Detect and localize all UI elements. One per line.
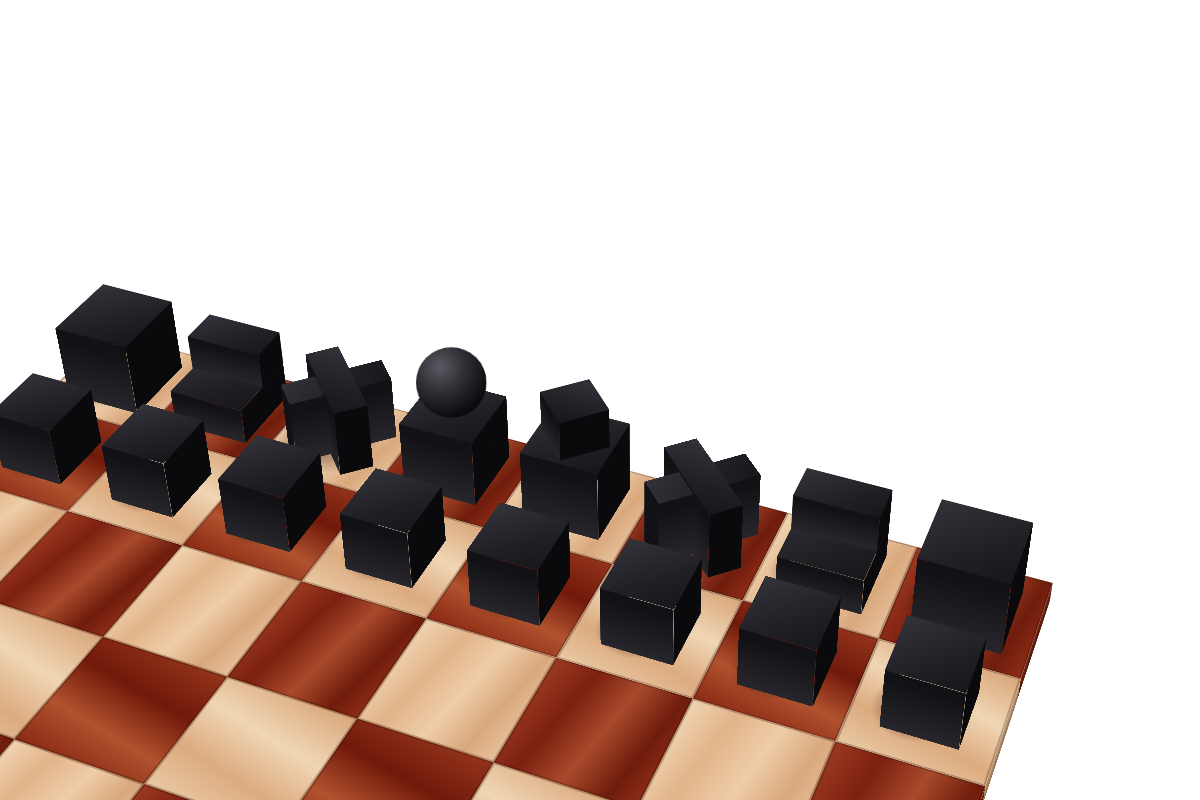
queen-sphere bbox=[416, 347, 487, 418]
cuboid-face bbox=[708, 505, 743, 578]
perspective-scene bbox=[0, 0, 1200, 800]
photo-stage bbox=[0, 0, 1200, 800]
cuboid-face bbox=[334, 405, 374, 475]
piece-part bbox=[541, 416, 609, 460]
chess-board bbox=[0, 333, 1053, 800]
